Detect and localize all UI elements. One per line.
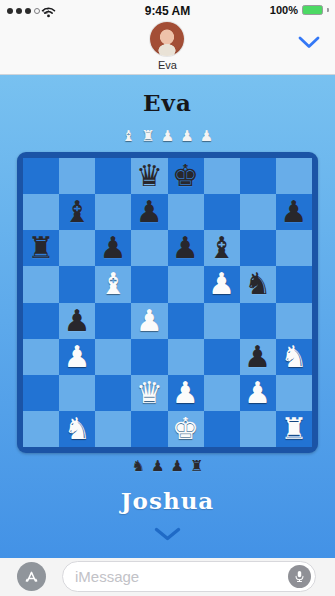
square-d1[interactable] [131,411,167,447]
battery-icon [302,5,323,15]
black-bishop-piece: ♝ [208,233,235,263]
square-d5[interactable] [131,266,167,302]
square-b5[interactable] [59,266,95,302]
square-h2[interactable] [276,375,312,411]
square-e7[interactable] [168,194,204,230]
square-a6[interactable]: ♜ [23,230,59,266]
square-c2[interactable] [95,375,131,411]
captured-white-pawn: ♟ [180,128,193,144]
square-c3[interactable] [95,339,131,375]
square-b6[interactable] [59,230,95,266]
black-bishop-piece: ♝ [64,197,91,227]
square-e8[interactable]: ♚ [168,158,204,194]
square-e5[interactable] [168,266,204,302]
message-composer-bar [0,558,335,596]
captured-white-rook: ♜ [141,128,154,144]
square-h7[interactable]: ♟ [276,194,312,230]
square-b1[interactable]: ♞ [59,411,95,447]
square-c5[interactable]: ♝ [95,266,131,302]
black-pawn-piece: ♟ [100,233,127,263]
square-h6[interactable] [276,230,312,266]
square-b2[interactable] [59,375,95,411]
white-queen-piece: ♛ [136,378,163,408]
square-d3[interactable] [131,339,167,375]
square-g6[interactable] [240,230,276,266]
square-d6[interactable] [131,230,167,266]
white-knight-piece: ♞ [64,414,91,444]
square-c6[interactable]: ♟ [95,230,131,266]
chess-board-frame: ♛♚♝♟♟♜♟♟♝♝♟♞♟♟♟♟♞♛♟♟♞♚♜ [17,152,318,453]
black-pawn-piece: ♟ [64,306,91,336]
square-f6[interactable]: ♝ [204,230,240,266]
collapse-chevron-icon[interactable] [298,35,320,53]
white-pawn-piece: ♟ [172,378,199,408]
square-g4[interactable] [240,303,276,339]
square-a8[interactable] [23,158,59,194]
black-pawn-piece: ♟ [244,342,271,372]
square-a2[interactable] [23,375,59,411]
square-c4[interactable] [95,303,131,339]
square-a5[interactable] [23,266,59,302]
square-f7[interactable] [204,194,240,230]
square-c1[interactable] [95,411,131,447]
square-h1[interactable]: ♜ [276,411,312,447]
square-h8[interactable] [276,158,312,194]
square-d4[interactable]: ♟ [131,303,167,339]
square-f4[interactable] [204,303,240,339]
black-queen-piece: ♛ [136,161,163,191]
contact-name-label: Eva [0,59,335,71]
dictation-mic-button[interactable] [288,565,311,588]
captured-black-pawn: ♟ [171,458,184,474]
chess-board[interactable]: ♛♚♝♟♟♜♟♟♝♝♟♞♟♟♟♟♞♛♟♟♞♚♜ [23,158,312,447]
square-f5[interactable]: ♟ [204,266,240,302]
battery-indicator: 100% [270,4,329,16]
iphone-screen: 9:45 AM 100% Eva Eva ♝♜♟♟♟ ♛♚♝♟♟♜♟♟♝♝♟♞♟… [0,0,335,596]
black-pawn-piece: ♟ [172,233,199,263]
square-g3[interactable]: ♟ [240,339,276,375]
white-rook-piece: ♜ [280,414,307,444]
captured-white-pawn: ♟ [200,128,213,144]
square-d8[interactable]: ♛ [131,158,167,194]
square-b4[interactable]: ♟ [59,303,95,339]
square-d7[interactable]: ♟ [131,194,167,230]
captured-pieces-top: ♝♜♟♟♟ [0,128,335,144]
square-f3[interactable] [204,339,240,375]
captured-pieces-bottom: ♞♟♟♜ [0,458,335,474]
captured-black-rook: ♜ [190,458,203,474]
message-input[interactable] [75,562,275,591]
black-knight-piece: ♞ [244,269,271,299]
white-knight-piece: ♞ [280,342,307,372]
square-f1[interactable] [204,411,240,447]
white-pawn-piece: ♟ [64,342,91,372]
square-g5[interactable]: ♞ [240,266,276,302]
captured-black-pawn: ♟ [151,458,164,474]
white-pawn-piece: ♟ [208,269,235,299]
white-pawn-piece: ♟ [136,306,163,336]
chess-game-area: Eva ♝♜♟♟♟ ♛♚♝♟♟♜♟♟♝♝♟♞♟♟♟♟♞♛♟♟♞♚♜ ♞♟♟♜ J… [0,75,335,558]
black-pawn-piece: ♟ [136,197,163,227]
captured-white-bishop: ♝ [122,128,135,144]
square-f2[interactable] [204,375,240,411]
black-rook-piece: ♜ [28,233,55,263]
scroll-down-chevron-icon[interactable] [154,527,181,545]
status-bar: 9:45 AM 100% [0,0,335,20]
square-g8[interactable] [240,158,276,194]
square-e1[interactable]: ♚ [168,411,204,447]
battery-tip [327,8,329,12]
white-pawn-piece: ♟ [244,378,271,408]
black-king-piece: ♚ [172,161,199,191]
square-h4[interactable] [276,303,312,339]
microphone-icon [293,569,306,584]
conversation-header: 9:45 AM 100% Eva [0,0,335,75]
square-e4[interactable] [168,303,204,339]
square-e3[interactable] [168,339,204,375]
contact-avatar[interactable] [150,22,184,56]
captured-black-knight: ♞ [132,458,145,474]
battery-percent: 100% [270,4,298,16]
square-a4[interactable] [23,303,59,339]
square-b8[interactable] [59,158,95,194]
square-b7[interactable]: ♝ [59,194,95,230]
player-name-top: Eva [0,89,335,116]
square-e6[interactable]: ♟ [168,230,204,266]
player-name-bottom: Joshua [0,487,335,514]
square-c7[interactable] [95,194,131,230]
square-g2[interactable]: ♟ [240,375,276,411]
square-b3[interactable]: ♟ [59,339,95,375]
square-g1[interactable] [240,411,276,447]
message-input-pill [62,561,316,592]
square-f8[interactable] [204,158,240,194]
white-king-piece: ♚ [172,414,199,444]
imessage-apps-button[interactable] [17,562,46,591]
square-h5[interactable] [276,266,312,302]
square-g7[interactable] [240,194,276,230]
square-a3[interactable] [23,339,59,375]
black-pawn-piece: ♟ [280,197,307,227]
square-h3[interactable]: ♞ [276,339,312,375]
square-d2[interactable]: ♛ [131,375,167,411]
white-bishop-piece: ♝ [100,269,127,299]
square-a7[interactable] [23,194,59,230]
square-e2[interactable]: ♟ [168,375,204,411]
captured-white-pawn: ♟ [161,128,174,144]
square-a1[interactable] [23,411,59,447]
square-c8[interactable] [95,158,131,194]
app-store-icon [23,568,40,585]
